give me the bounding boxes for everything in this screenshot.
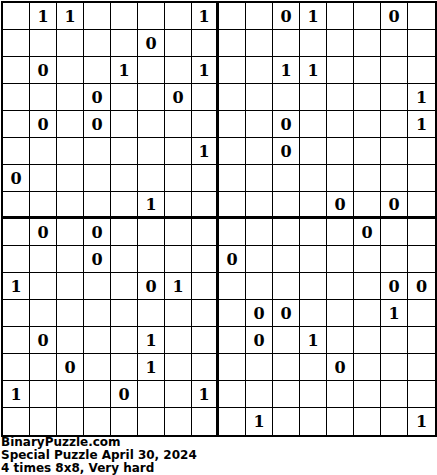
cell-r13c11[interactable]: [273, 327, 300, 354]
cell-r6c13[interactable]: [327, 138, 354, 165]
cell-r9c9[interactable]: [219, 219, 246, 246]
cell-r13c8[interactable]: [192, 327, 219, 354]
cell-r1c8[interactable]: 1: [192, 3, 219, 30]
cell-r11c16[interactable]: 0: [408, 273, 435, 300]
cell-r7c9[interactable]: [219, 165, 246, 192]
cell-r10c3[interactable]: [57, 246, 84, 273]
cell-r15c8[interactable]: 1: [192, 381, 219, 408]
cell-r3c2[interactable]: 0: [30, 57, 57, 84]
binary-puzzle-board: 1110100011110010001100100000001010000101…: [1, 1, 437, 437]
cell-r2c11[interactable]: [273, 30, 300, 57]
cell-r15c13[interactable]: [327, 381, 354, 408]
cell-r12c4[interactable]: [84, 300, 111, 327]
cell-r6c6[interactable]: [138, 138, 165, 165]
cell-r9c4[interactable]: 0: [84, 219, 111, 246]
cell-r16c3[interactable]: [57, 408, 84, 435]
cell-r16c13[interactable]: [327, 408, 354, 435]
cell-r16c15[interactable]: [381, 408, 408, 435]
footer: BinaryPuzzle.com Special Puzzle April 30…: [1, 436, 436, 475]
cell-r12c10[interactable]: 0: [246, 300, 273, 327]
cell-r11c15[interactable]: 0: [381, 273, 408, 300]
cell-r2c9[interactable]: [219, 30, 246, 57]
cell-r10c16[interactable]: [408, 246, 435, 273]
cell-r16c9[interactable]: [219, 408, 246, 435]
cell-r15c2[interactable]: [30, 381, 57, 408]
cell-r11c4[interactable]: [84, 273, 111, 300]
cell-r15c9[interactable]: [219, 381, 246, 408]
cell-r13c7[interactable]: [165, 327, 192, 354]
cell-r2c14[interactable]: [354, 30, 381, 57]
cell-r8c16[interactable]: [408, 192, 435, 219]
cell-r13c9[interactable]: [219, 327, 246, 354]
cell-r14c8[interactable]: [192, 354, 219, 381]
cell-r8c9[interactable]: [219, 192, 246, 219]
cell-r15c4[interactable]: [84, 381, 111, 408]
cell-r14c13[interactable]: 0: [327, 354, 354, 381]
cell-r4c6[interactable]: [138, 84, 165, 111]
cell-r6c5[interactable]: [111, 138, 138, 165]
cell-r5c4[interactable]: 0: [84, 111, 111, 138]
cell-r14c15[interactable]: [381, 354, 408, 381]
cell-r5c13[interactable]: [327, 111, 354, 138]
cell-r6c4[interactable]: [84, 138, 111, 165]
cell-r4c11[interactable]: [273, 84, 300, 111]
cell-r12c7[interactable]: [165, 300, 192, 327]
cell-r10c10[interactable]: [246, 246, 273, 273]
cell-r11c10[interactable]: [246, 273, 273, 300]
cell-r2c13[interactable]: [327, 30, 354, 57]
cell-r1c2[interactable]: 1: [30, 3, 57, 30]
cell-r8c11[interactable]: [273, 192, 300, 219]
cell-r2c10[interactable]: [246, 30, 273, 57]
cell-r8c6[interactable]: 1: [138, 192, 165, 219]
cell-r12c1[interactable]: [3, 300, 30, 327]
cell-r16c11[interactable]: [273, 408, 300, 435]
cell-r6c7[interactable]: [165, 138, 192, 165]
cell-r8c14[interactable]: [354, 192, 381, 219]
cell-r16c16[interactable]: 1: [408, 408, 435, 435]
cell-r1c6[interactable]: [138, 3, 165, 30]
cell-r10c14[interactable]: [354, 246, 381, 273]
cell-r16c14[interactable]: [354, 408, 381, 435]
cell-r6c3[interactable]: [57, 138, 84, 165]
cell-r4c8[interactable]: [192, 84, 219, 111]
cell-r12c3[interactable]: [57, 300, 84, 327]
cell-r11c6[interactable]: 0: [138, 273, 165, 300]
cell-r10c8[interactable]: [192, 246, 219, 273]
cell-r6c10[interactable]: [246, 138, 273, 165]
cell-r1c15[interactable]: 0: [381, 3, 408, 30]
cell-r4c3[interactable]: [57, 84, 84, 111]
cell-r12c11[interactable]: 0: [273, 300, 300, 327]
cell-r6c12[interactable]: [300, 138, 327, 165]
cell-r11c1[interactable]: 1: [3, 273, 30, 300]
cell-r14c6[interactable]: 1: [138, 354, 165, 381]
cell-r10c15[interactable]: [381, 246, 408, 273]
cell-r5c14[interactable]: [354, 111, 381, 138]
cell-r12c14[interactable]: [354, 300, 381, 327]
cell-r6c16[interactable]: [408, 138, 435, 165]
cell-r9c14[interactable]: 0: [354, 219, 381, 246]
cell-r9c12[interactable]: [300, 219, 327, 246]
cell-r15c6[interactable]: [138, 381, 165, 408]
cell-r15c15[interactable]: [381, 381, 408, 408]
cell-r8c1[interactable]: [3, 192, 30, 219]
cell-r8c3[interactable]: [57, 192, 84, 219]
cell-r15c16[interactable]: [408, 381, 435, 408]
cell-r7c13[interactable]: [327, 165, 354, 192]
cell-r16c10[interactable]: 1: [246, 408, 273, 435]
cell-r4c9[interactable]: [219, 84, 246, 111]
cell-r10c7[interactable]: [165, 246, 192, 273]
cell-r2c7[interactable]: [165, 30, 192, 57]
cell-r15c14[interactable]: [354, 381, 381, 408]
cell-r3c12[interactable]: 1: [300, 57, 327, 84]
cell-r8c13[interactable]: 0: [327, 192, 354, 219]
cell-r15c10[interactable]: [246, 381, 273, 408]
cell-r5c7[interactable]: [165, 111, 192, 138]
cell-r7c6[interactable]: [138, 165, 165, 192]
cell-r3c10[interactable]: [246, 57, 273, 84]
cell-r7c12[interactable]: [300, 165, 327, 192]
cell-r13c12[interactable]: 1: [300, 327, 327, 354]
cell-r3c9[interactable]: [219, 57, 246, 84]
cell-r7c2[interactable]: [30, 165, 57, 192]
cell-r12c15[interactable]: 1: [381, 300, 408, 327]
cell-r7c5[interactable]: [111, 165, 138, 192]
cell-r4c14[interactable]: [354, 84, 381, 111]
cell-r10c2[interactable]: [30, 246, 57, 273]
cell-r11c5[interactable]: [111, 273, 138, 300]
page: 1110100011110010001100100000001010000101…: [0, 0, 437, 475]
cell-r4c7[interactable]: 0: [165, 84, 192, 111]
cell-r4c12[interactable]: [300, 84, 327, 111]
cell-r2c6[interactable]: 0: [138, 30, 165, 57]
cell-r4c1[interactable]: [3, 84, 30, 111]
cell-r1c9[interactable]: [219, 3, 246, 30]
cell-r4c2[interactable]: [30, 84, 57, 111]
cell-r4c5[interactable]: [111, 84, 138, 111]
cell-r5c6[interactable]: [138, 111, 165, 138]
cell-r11c11[interactable]: [273, 273, 300, 300]
cell-r13c2[interactable]: 0: [30, 327, 57, 354]
cell-r7c7[interactable]: [165, 165, 192, 192]
cell-r7c3[interactable]: [57, 165, 84, 192]
cell-r5c12[interactable]: [300, 111, 327, 138]
cell-r6c8[interactable]: 1: [192, 138, 219, 165]
cell-r10c13[interactable]: [327, 246, 354, 273]
cell-r3c6[interactable]: [138, 57, 165, 84]
cell-r2c12[interactable]: [300, 30, 327, 57]
cell-r6c15[interactable]: [381, 138, 408, 165]
cell-r12c12[interactable]: [300, 300, 327, 327]
cell-r11c14[interactable]: [354, 273, 381, 300]
cell-r2c16[interactable]: [408, 30, 435, 57]
cell-r10c5[interactable]: [111, 246, 138, 273]
cell-r9c16[interactable]: [408, 219, 435, 246]
cell-r11c9[interactable]: [219, 273, 246, 300]
cell-r6c14[interactable]: [354, 138, 381, 165]
cell-r2c1[interactable]: [3, 30, 30, 57]
cell-r13c14[interactable]: [354, 327, 381, 354]
cell-r15c5[interactable]: 0: [111, 381, 138, 408]
cell-r13c4[interactable]: [84, 327, 111, 354]
cell-r1c10[interactable]: [246, 3, 273, 30]
cell-r3c7[interactable]: [165, 57, 192, 84]
cell-r8c7[interactable]: [165, 192, 192, 219]
cell-r3c16[interactable]: [408, 57, 435, 84]
cell-r10c4[interactable]: 0: [84, 246, 111, 273]
cell-r3c14[interactable]: [354, 57, 381, 84]
cell-r12c5[interactable]: [111, 300, 138, 327]
cell-r14c11[interactable]: [273, 354, 300, 381]
cell-r10c9[interactable]: 0: [219, 246, 246, 273]
cell-r11c2[interactable]: [30, 273, 57, 300]
cell-r7c1[interactable]: 0: [3, 165, 30, 192]
cell-r5c9[interactable]: [219, 111, 246, 138]
cell-r7c16[interactable]: [408, 165, 435, 192]
cell-r15c12[interactable]: [300, 381, 327, 408]
cell-r11c8[interactable]: [192, 273, 219, 300]
cell-r3c1[interactable]: [3, 57, 30, 84]
cell-r1c14[interactable]: [354, 3, 381, 30]
cell-r16c12[interactable]: [300, 408, 327, 435]
cell-r16c2[interactable]: [30, 408, 57, 435]
cell-r14c7[interactable]: [165, 354, 192, 381]
cell-r9c15[interactable]: [381, 219, 408, 246]
cell-r14c16[interactable]: [408, 354, 435, 381]
cell-r5c2[interactable]: 0: [30, 111, 57, 138]
cell-r10c12[interactable]: [300, 246, 327, 273]
cell-r2c8[interactable]: [192, 30, 219, 57]
cell-r8c4[interactable]: [84, 192, 111, 219]
cell-r9c11[interactable]: [273, 219, 300, 246]
cell-r7c11[interactable]: [273, 165, 300, 192]
cell-r1c11[interactable]: 0: [273, 3, 300, 30]
cell-r7c14[interactable]: [354, 165, 381, 192]
cell-r16c7[interactable]: [165, 408, 192, 435]
cell-r1c12[interactable]: 1: [300, 3, 327, 30]
cell-r16c6[interactable]: [138, 408, 165, 435]
cell-r15c3[interactable]: [57, 381, 84, 408]
cell-r16c1[interactable]: [3, 408, 30, 435]
cell-r1c16[interactable]: [408, 3, 435, 30]
cell-r11c7[interactable]: 1: [165, 273, 192, 300]
cell-r4c10[interactable]: [246, 84, 273, 111]
cell-r8c5[interactable]: [111, 192, 138, 219]
cell-r13c10[interactable]: 0: [246, 327, 273, 354]
cell-r4c13[interactable]: [327, 84, 354, 111]
cell-r13c5[interactable]: [111, 327, 138, 354]
cell-r14c10[interactable]: [246, 354, 273, 381]
cell-r2c2[interactable]: [30, 30, 57, 57]
cell-r8c12[interactable]: [300, 192, 327, 219]
cell-r10c1[interactable]: [3, 246, 30, 273]
cell-r5c5[interactable]: [111, 111, 138, 138]
cell-r9c2[interactable]: 0: [30, 219, 57, 246]
cell-r9c1[interactable]: [3, 219, 30, 246]
cell-r9c8[interactable]: [192, 219, 219, 246]
cell-r3c3[interactable]: [57, 57, 84, 84]
puzzle-difficulty: 4 times 8x8, Very hard: [1, 462, 436, 475]
cell-r6c11[interactable]: 0: [273, 138, 300, 165]
cell-r7c15[interactable]: [381, 165, 408, 192]
cell-r3c5[interactable]: 1: [111, 57, 138, 84]
cell-r5c10[interactable]: [246, 111, 273, 138]
cell-r5c16[interactable]: 1: [408, 111, 435, 138]
cell-r3c8[interactable]: 1: [192, 57, 219, 84]
cell-r4c4[interactable]: 0: [84, 84, 111, 111]
cell-r9c5[interactable]: [111, 219, 138, 246]
cell-r15c1[interactable]: 1: [3, 381, 30, 408]
cell-r12c2[interactable]: [30, 300, 57, 327]
cell-r1c3[interactable]: 1: [57, 3, 84, 30]
cell-r15c11[interactable]: [273, 381, 300, 408]
cell-r1c13[interactable]: [327, 3, 354, 30]
cell-r16c5[interactable]: [111, 408, 138, 435]
cell-r14c1[interactable]: [3, 354, 30, 381]
cell-r12c13[interactable]: [327, 300, 354, 327]
cell-r5c8[interactable]: [192, 111, 219, 138]
cell-r13c13[interactable]: [327, 327, 354, 354]
cell-r13c3[interactable]: [57, 327, 84, 354]
cell-r7c4[interactable]: [84, 165, 111, 192]
cell-r14c9[interactable]: [219, 354, 246, 381]
cell-r13c1[interactable]: [3, 327, 30, 354]
cell-r1c7[interactable]: [165, 3, 192, 30]
cell-r12c8[interactable]: [192, 300, 219, 327]
cell-r11c3[interactable]: [57, 273, 84, 300]
cell-r1c1[interactable]: [3, 3, 30, 30]
cell-r5c11[interactable]: 0: [273, 111, 300, 138]
cell-r9c3[interactable]: [57, 219, 84, 246]
cell-r1c5[interactable]: [111, 3, 138, 30]
cell-r13c6[interactable]: 1: [138, 327, 165, 354]
cell-r3c4[interactable]: [84, 57, 111, 84]
cell-r9c10[interactable]: [246, 219, 273, 246]
cell-r5c15[interactable]: [381, 111, 408, 138]
cell-r13c15[interactable]: [381, 327, 408, 354]
cell-r12c6[interactable]: [138, 300, 165, 327]
cell-r16c8[interactable]: [192, 408, 219, 435]
cell-r8c8[interactable]: [192, 192, 219, 219]
cell-r10c11[interactable]: [273, 246, 300, 273]
cell-r3c15[interactable]: [381, 57, 408, 84]
cell-r9c13[interactable]: [327, 219, 354, 246]
cell-r3c13[interactable]: [327, 57, 354, 84]
cell-r9c7[interactable]: [165, 219, 192, 246]
cell-r9c6[interactable]: [138, 219, 165, 246]
cell-r6c2[interactable]: [30, 138, 57, 165]
cell-r16c4[interactable]: [84, 408, 111, 435]
cell-r14c12[interactable]: [300, 354, 327, 381]
cell-r13c16[interactable]: [408, 327, 435, 354]
cell-r12c16[interactable]: [408, 300, 435, 327]
cell-r12c9[interactable]: [219, 300, 246, 327]
cell-r14c3[interactable]: 0: [57, 354, 84, 381]
cell-r2c5[interactable]: [111, 30, 138, 57]
cell-r11c13[interactable]: [327, 273, 354, 300]
cell-r4c16[interactable]: 1: [408, 84, 435, 111]
cell-r5c3[interactable]: [57, 111, 84, 138]
cell-r10c6[interactable]: [138, 246, 165, 273]
cell-r7c8[interactable]: [192, 165, 219, 192]
cell-r8c15[interactable]: 0: [381, 192, 408, 219]
cell-r5c1[interactable]: [3, 111, 30, 138]
cell-r8c10[interactable]: [246, 192, 273, 219]
cell-r7c10[interactable]: [246, 165, 273, 192]
cell-r14c5[interactable]: [111, 354, 138, 381]
cell-r14c14[interactable]: [354, 354, 381, 381]
cell-r11c12[interactable]: [300, 273, 327, 300]
cell-r6c9[interactable]: [219, 138, 246, 165]
cell-r2c15[interactable]: [381, 30, 408, 57]
cell-r2c3[interactable]: [57, 30, 84, 57]
cell-r4c15[interactable]: [381, 84, 408, 111]
cell-r14c2[interactable]: [30, 354, 57, 381]
cell-r2c4[interactable]: [84, 30, 111, 57]
cell-r6c1[interactable]: [3, 138, 30, 165]
cell-r3c11[interactable]: 1: [273, 57, 300, 84]
cell-r14c4[interactable]: [84, 354, 111, 381]
cell-r1c4[interactable]: [84, 3, 111, 30]
cell-r8c2[interactable]: [30, 192, 57, 219]
cell-r15c7[interactable]: [165, 381, 192, 408]
